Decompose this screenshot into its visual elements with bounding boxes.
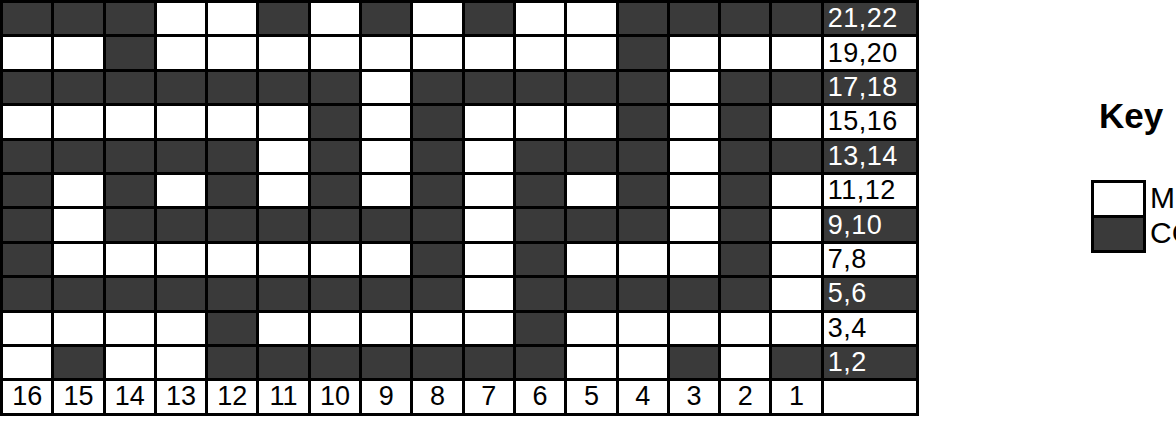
chart-cell	[311, 72, 359, 103]
chart-cell	[157, 175, 205, 206]
mc-swatch	[1094, 183, 1143, 215]
chart-cell	[311, 313, 359, 344]
chart-cell	[772, 141, 820, 172]
chart-cell	[106, 72, 154, 103]
chart-cell	[567, 278, 615, 309]
chart-cell	[516, 175, 564, 206]
chart-cell	[208, 106, 256, 137]
colorwork-chart-grid: 21,2219,2017,1815,1613,1411,129,107,85,6…	[0, 0, 919, 416]
chart-cell	[259, 141, 307, 172]
chart-cell	[465, 209, 513, 240]
chart-cell	[157, 3, 205, 34]
chart-cell	[567, 209, 615, 240]
row-label: 19,20	[824, 37, 916, 68]
chart-cell	[670, 3, 718, 34]
mc-label: MC	[1150, 180, 1176, 215]
chart-cell	[311, 278, 359, 309]
chart-cell	[772, 37, 820, 68]
chart-cell	[208, 141, 256, 172]
chart-cell	[311, 209, 359, 240]
chart-cell	[362, 72, 410, 103]
chart-cell	[54, 72, 102, 103]
chart-cell	[362, 244, 410, 275]
chart-cell	[772, 209, 820, 240]
chart-cell	[721, 278, 769, 309]
row-label: 1,2	[824, 347, 916, 378]
chart-cell	[670, 244, 718, 275]
chart-cell	[465, 141, 513, 172]
chart-cell	[516, 278, 564, 309]
row-label: 11,12	[824, 175, 916, 206]
column-number-label: 12	[208, 381, 256, 412]
chart-cell	[311, 141, 359, 172]
chart-cell	[54, 37, 102, 68]
chart-cell	[157, 244, 205, 275]
chart-cell	[54, 313, 102, 344]
cc-label: CC	[1150, 215, 1176, 250]
chart-cell	[311, 37, 359, 68]
chart-cell	[259, 347, 307, 378]
column-number-label: 5	[567, 381, 615, 412]
chart-cell	[106, 106, 154, 137]
chart-cell	[516, 106, 564, 137]
row-label: 9,10	[824, 209, 916, 240]
chart-cell	[619, 37, 667, 68]
chart-cell	[106, 278, 154, 309]
column-number-label: 8	[413, 381, 461, 412]
chart-cell	[721, 209, 769, 240]
column-number-label: 6	[516, 381, 564, 412]
chart-cell	[567, 106, 615, 137]
chart-cell	[157, 278, 205, 309]
chart-cell	[721, 37, 769, 68]
chart-cell	[567, 141, 615, 172]
chart-cell	[3, 313, 51, 344]
chart-cell	[465, 72, 513, 103]
chart-cell	[3, 141, 51, 172]
chart-cell	[772, 347, 820, 378]
chart-cell	[670, 141, 718, 172]
chart-cell	[3, 209, 51, 240]
column-number-label: 4	[619, 381, 667, 412]
chart-cell	[106, 141, 154, 172]
chart-cell	[362, 141, 410, 172]
row-label: 7,8	[824, 244, 916, 275]
chart-cell	[670, 313, 718, 344]
chart-cell	[619, 3, 667, 34]
chart-cell	[3, 278, 51, 309]
chart-cell	[516, 72, 564, 103]
chart-cell	[54, 106, 102, 137]
chart-cell	[208, 347, 256, 378]
chart-cell	[619, 244, 667, 275]
chart-cell	[516, 3, 564, 34]
chart-cell	[311, 3, 359, 34]
chart-cell	[106, 175, 154, 206]
chart-cell	[567, 313, 615, 344]
chart-cell	[157, 37, 205, 68]
chart-cell	[157, 209, 205, 240]
key-title: Key	[1099, 96, 1163, 136]
chart-cell	[413, 37, 461, 68]
row-label: 21,22	[824, 3, 916, 34]
chart-cell	[259, 3, 307, 34]
chart-cell	[208, 3, 256, 34]
chart-cell	[413, 347, 461, 378]
chart-cell	[516, 37, 564, 68]
chart-cell	[3, 37, 51, 68]
corner-cell	[824, 381, 916, 412]
chart-cell	[311, 175, 359, 206]
chart-cell	[54, 347, 102, 378]
chart-cell	[208, 313, 256, 344]
column-number-label: 2	[721, 381, 769, 412]
chart-cell	[362, 175, 410, 206]
chart-cell	[208, 209, 256, 240]
chart-cell	[259, 106, 307, 137]
column-number-label: 1	[772, 381, 820, 412]
chart-cell	[362, 209, 410, 240]
chart-cell	[465, 313, 513, 344]
chart-cell	[362, 3, 410, 34]
chart-cell	[413, 278, 461, 309]
chart-cell	[3, 244, 51, 275]
chart-cell	[721, 72, 769, 103]
chart-cell	[465, 175, 513, 206]
row-label: 3,4	[824, 313, 916, 344]
chart-cell	[670, 209, 718, 240]
column-number-label: 13	[157, 381, 205, 412]
chart-cell	[413, 106, 461, 137]
chart-cell	[259, 209, 307, 240]
chart-cell	[259, 313, 307, 344]
row-label: 15,16	[824, 106, 916, 137]
chart-cell	[3, 175, 51, 206]
chart-cell	[772, 106, 820, 137]
chart-cell	[465, 3, 513, 34]
chart-cell	[567, 72, 615, 103]
chart-cell	[311, 244, 359, 275]
chart-cell	[413, 313, 461, 344]
chart-cell	[259, 72, 307, 103]
chart-cell	[619, 72, 667, 103]
chart-cell	[619, 347, 667, 378]
page: 21,2219,2017,1815,1613,1411,129,107,85,6…	[0, 0, 1176, 426]
chart-cell	[3, 347, 51, 378]
chart-cell	[721, 313, 769, 344]
chart-cell	[465, 347, 513, 378]
key-swatch-column	[1091, 180, 1146, 253]
chart-cell	[772, 313, 820, 344]
chart-cell	[567, 347, 615, 378]
chart-cell	[772, 72, 820, 103]
column-number-label: 9	[362, 381, 410, 412]
chart-cell	[721, 141, 769, 172]
chart-cell	[567, 175, 615, 206]
chart-cell	[54, 141, 102, 172]
column-number-label: 7	[465, 381, 513, 412]
chart-cell	[362, 313, 410, 344]
chart-cell	[106, 37, 154, 68]
chart-cell	[670, 347, 718, 378]
chart-cell	[670, 72, 718, 103]
column-number-label: 14	[106, 381, 154, 412]
chart-cell	[721, 3, 769, 34]
chart-cell	[362, 347, 410, 378]
chart-cell	[106, 3, 154, 34]
chart-cell	[670, 106, 718, 137]
chart-cell	[516, 209, 564, 240]
chart-cell	[362, 37, 410, 68]
chart-cell	[311, 106, 359, 137]
chart-cell	[413, 244, 461, 275]
chart-cell	[157, 106, 205, 137]
chart-cell	[413, 3, 461, 34]
chart-cell	[3, 72, 51, 103]
chart-cell	[54, 175, 102, 206]
chart-cell	[54, 3, 102, 34]
row-label: 5,6	[824, 278, 916, 309]
chart-cell	[772, 3, 820, 34]
chart-cell	[259, 278, 307, 309]
chart-cell	[362, 278, 410, 309]
chart-cell	[106, 313, 154, 344]
cc-swatch	[1094, 215, 1143, 250]
chart-cell	[567, 244, 615, 275]
chart-cell	[208, 72, 256, 103]
chart-cell	[106, 244, 154, 275]
chart-cell	[670, 37, 718, 68]
chart-cell	[619, 141, 667, 172]
chart-cell	[157, 313, 205, 344]
chart-cell	[772, 244, 820, 275]
chart-cell	[772, 278, 820, 309]
chart-cell	[670, 175, 718, 206]
chart-cell	[721, 244, 769, 275]
column-number-label: 10	[311, 381, 359, 412]
chart-cell	[619, 106, 667, 137]
chart-cell	[721, 106, 769, 137]
row-label: 13,14	[824, 141, 916, 172]
chart-cell	[670, 278, 718, 309]
column-number-label: 15	[54, 381, 102, 412]
chart-cell	[157, 141, 205, 172]
chart-cell	[619, 313, 667, 344]
chart-cell	[106, 209, 154, 240]
chart-cell	[54, 244, 102, 275]
chart-cell	[54, 278, 102, 309]
chart-cell	[516, 347, 564, 378]
chart-cell	[619, 278, 667, 309]
chart-cell	[619, 209, 667, 240]
chart-cell	[721, 175, 769, 206]
chart-cell	[106, 347, 154, 378]
chart-cell	[208, 175, 256, 206]
chart-cell	[567, 3, 615, 34]
chart-cell	[619, 175, 667, 206]
column-number-label: 3	[670, 381, 718, 412]
key-labels: MC CC	[1150, 180, 1176, 250]
chart-cell	[465, 37, 513, 68]
chart-cell	[54, 209, 102, 240]
row-label: 17,18	[824, 72, 916, 103]
chart-cell	[413, 72, 461, 103]
chart-cell	[157, 72, 205, 103]
chart-cell	[465, 106, 513, 137]
chart-cell	[772, 175, 820, 206]
chart-cell	[259, 244, 307, 275]
chart-cell	[413, 209, 461, 240]
chart-cell	[259, 175, 307, 206]
chart-cell	[465, 244, 513, 275]
chart-cell	[516, 141, 564, 172]
chart-cell	[413, 175, 461, 206]
chart-cell	[3, 3, 51, 34]
chart-cell	[413, 141, 461, 172]
column-number-label: 11	[259, 381, 307, 412]
chart-cell	[567, 37, 615, 68]
chart-cell	[362, 106, 410, 137]
key-legend: MC CC	[1091, 180, 1176, 253]
chart-cell	[208, 244, 256, 275]
chart-cell	[516, 313, 564, 344]
chart-cell	[259, 37, 307, 68]
chart-cell	[157, 347, 205, 378]
chart-cell	[208, 37, 256, 68]
chart-cell	[516, 244, 564, 275]
chart-cell	[465, 278, 513, 309]
chart-cell	[721, 347, 769, 378]
column-number-label: 16	[3, 381, 51, 412]
chart-cell	[208, 278, 256, 309]
chart-cell	[3, 106, 51, 137]
chart-cell	[311, 347, 359, 378]
